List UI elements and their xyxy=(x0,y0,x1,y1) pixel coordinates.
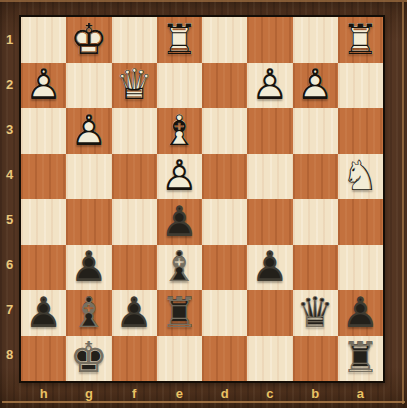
square-d6[interactable] xyxy=(202,245,247,291)
square-f6[interactable] xyxy=(112,245,157,291)
rank-label-3: 3 xyxy=(0,107,19,152)
black-rook-outline-glyph: ♖ xyxy=(338,336,383,382)
white-bishop-outline-glyph: ♗ xyxy=(157,108,202,154)
white-pawn-fill-glyph: ♟ xyxy=(293,63,338,109)
rank-label-2: 2 xyxy=(0,62,19,107)
black-pawn-fill-glyph: ♟ xyxy=(247,245,292,291)
white-knight: ♞♘ xyxy=(338,154,383,200)
black-pawn: ♟♙ xyxy=(21,290,66,336)
square-h8[interactable] xyxy=(21,336,66,382)
white-pawn: ♟♙ xyxy=(66,108,111,154)
black-pawn: ♟♙ xyxy=(66,245,111,291)
black-pawn: ♟♙ xyxy=(247,245,292,291)
rank-label-8: 8 xyxy=(0,332,19,377)
square-d4[interactable] xyxy=(202,154,247,200)
black-pawn-outline-glyph: ♙ xyxy=(21,290,66,336)
file-label-b: b xyxy=(293,384,338,402)
square-a4[interactable]: ♞♘ xyxy=(338,154,383,200)
file-label-a: a xyxy=(338,384,383,402)
white-king-outline-glyph: ♔ xyxy=(66,17,111,63)
black-pawn-outline-glyph: ♙ xyxy=(66,245,111,291)
square-c8[interactable] xyxy=(247,336,292,382)
black-pawn: ♟♙ xyxy=(112,290,157,336)
square-d1[interactable] xyxy=(202,17,247,63)
white-knight-fill-glyph: ♞ xyxy=(338,154,383,200)
black-bishop: ♝♗ xyxy=(157,245,202,291)
white-pawn: ♟♙ xyxy=(21,63,66,109)
square-e8[interactable] xyxy=(157,336,202,382)
square-g5[interactable] xyxy=(66,199,111,245)
black-queen: ♛♕ xyxy=(293,290,338,336)
square-g6[interactable]: ♟♙ xyxy=(66,245,111,291)
white-pawn: ♟♙ xyxy=(247,63,292,109)
square-a3[interactable] xyxy=(338,108,383,154)
black-pawn-outline-glyph: ♙ xyxy=(112,290,157,336)
white-rook-fill-glyph: ♜ xyxy=(157,17,202,63)
white-knight-outline-glyph: ♘ xyxy=(338,154,383,200)
file-label-e: e xyxy=(157,384,202,402)
black-pawn-outline-glyph: ♙ xyxy=(338,290,383,336)
square-f8[interactable] xyxy=(112,336,157,382)
square-a5[interactable] xyxy=(338,199,383,245)
square-f4[interactable] xyxy=(112,154,157,200)
black-king-outline-glyph: ♔ xyxy=(66,336,111,382)
square-h7[interactable]: ♟♙ xyxy=(21,290,66,336)
black-bishop-fill-glyph: ♝ xyxy=(157,245,202,291)
white-rook-fill-glyph: ♜ xyxy=(338,17,383,63)
black-pawn-fill-glyph: ♟ xyxy=(157,199,202,245)
white-pawn: ♟♙ xyxy=(293,63,338,109)
white-pawn-fill-glyph: ♟ xyxy=(66,108,111,154)
black-queen-fill-glyph: ♛ xyxy=(293,290,338,336)
white-pawn-outline-glyph: ♙ xyxy=(293,63,338,109)
square-d7[interactable] xyxy=(202,290,247,336)
square-a7[interactable]: ♟♙ xyxy=(338,290,383,336)
file-label-d: d xyxy=(202,384,247,402)
square-f5[interactable] xyxy=(112,199,157,245)
black-pawn-fill-glyph: ♟ xyxy=(338,290,383,336)
black-pawn-fill-glyph: ♟ xyxy=(112,290,157,336)
file-label-g: g xyxy=(66,384,111,402)
white-pawn-outline-glyph: ♙ xyxy=(247,63,292,109)
square-f1[interactable] xyxy=(112,17,157,63)
black-rook-outline-glyph: ♖ xyxy=(157,290,202,336)
white-pawn-outline-glyph: ♙ xyxy=(21,63,66,109)
black-pawn-fill-glyph: ♟ xyxy=(66,245,111,291)
black-bishop-fill-glyph: ♝ xyxy=(66,290,111,336)
square-b2[interactable]: ♟♙ xyxy=(293,63,338,109)
white-pawn-outline-glyph: ♙ xyxy=(157,154,202,200)
black-bishop: ♝♗ xyxy=(66,290,111,336)
frame-bevel-right xyxy=(402,2,404,404)
white-rook-outline-glyph: ♖ xyxy=(338,17,383,63)
square-a6[interactable] xyxy=(338,245,383,291)
square-g3[interactable]: ♟♙ xyxy=(66,108,111,154)
white-pawn-fill-glyph: ♟ xyxy=(247,63,292,109)
square-g1[interactable]: ♚♔ xyxy=(66,17,111,63)
square-d5[interactable] xyxy=(202,199,247,245)
square-g2[interactable] xyxy=(66,63,111,109)
frame-bevel-top xyxy=(0,0,407,2)
black-king-fill-glyph: ♚ xyxy=(66,336,111,382)
chess-board-window: 12345678 ♚♔♜♖♜♖♟♙♛♕♟♙♟♙♟♙♝♗♟♙♞♘♟♙♟♙♝♗♟♙♟… xyxy=(0,0,407,408)
white-king: ♚♔ xyxy=(66,17,111,63)
file-label-f: f xyxy=(112,384,157,402)
white-queen-fill-glyph: ♛ xyxy=(112,63,157,109)
black-bishop-outline-glyph: ♗ xyxy=(66,290,111,336)
white-bishop-fill-glyph: ♝ xyxy=(157,108,202,154)
rank-label-5: 5 xyxy=(0,197,19,242)
square-d2[interactable] xyxy=(202,63,247,109)
square-e7[interactable]: ♜♖ xyxy=(157,290,202,336)
square-f7[interactable]: ♟♙ xyxy=(112,290,157,336)
white-pawn: ♟♙ xyxy=(157,154,202,200)
black-pawn: ♟♙ xyxy=(338,290,383,336)
square-a1[interactable]: ♜♖ xyxy=(338,17,383,63)
square-c1[interactable] xyxy=(247,17,292,63)
square-f2[interactable]: ♛♕ xyxy=(112,63,157,109)
square-a2[interactable] xyxy=(338,63,383,109)
square-g7[interactable]: ♝♗ xyxy=(66,290,111,336)
white-queen: ♛♕ xyxy=(112,63,157,109)
black-rook-fill-glyph: ♜ xyxy=(338,336,383,382)
black-pawn-outline-glyph: ♙ xyxy=(247,245,292,291)
square-c5[interactable] xyxy=(247,199,292,245)
white-queen-outline-glyph: ♕ xyxy=(112,63,157,109)
square-a8[interactable]: ♜♖ xyxy=(338,336,383,382)
rank-label-6: 6 xyxy=(0,242,19,287)
square-h2[interactable]: ♟♙ xyxy=(21,63,66,109)
black-rook: ♜♖ xyxy=(157,290,202,336)
file-labels: hgfedcba xyxy=(21,384,383,402)
white-pawn-fill-glyph: ♟ xyxy=(21,63,66,109)
file-label-h: h xyxy=(21,384,66,402)
black-pawn-fill-glyph: ♟ xyxy=(21,290,66,336)
square-c2[interactable]: ♟♙ xyxy=(247,63,292,109)
square-e4[interactable]: ♟♙ xyxy=(157,154,202,200)
rank-label-1: 1 xyxy=(0,17,19,62)
square-c4[interactable] xyxy=(247,154,292,200)
square-d8[interactable] xyxy=(202,336,247,382)
square-e1[interactable]: ♜♖ xyxy=(157,17,202,63)
black-rook-fill-glyph: ♜ xyxy=(157,290,202,336)
square-b1[interactable] xyxy=(293,17,338,63)
black-pawn: ♟♙ xyxy=(157,199,202,245)
square-e3[interactable]: ♝♗ xyxy=(157,108,202,154)
white-rook: ♜♖ xyxy=(157,17,202,63)
square-h5[interactable] xyxy=(21,199,66,245)
square-b6[interactable] xyxy=(293,245,338,291)
chess-board: ♚♔♜♖♜♖♟♙♛♕♟♙♟♙♟♙♝♗♟♙♞♘♟♙♟♙♝♗♟♙♟♙♝♗♟♙♜♖♛♕… xyxy=(19,15,385,383)
square-c6[interactable]: ♟♙ xyxy=(247,245,292,291)
square-e2[interactable] xyxy=(157,63,202,109)
black-queen-outline-glyph: ♕ xyxy=(293,290,338,336)
square-d3[interactable] xyxy=(202,108,247,154)
square-b7[interactable]: ♛♕ xyxy=(293,290,338,336)
white-king-fill-glyph: ♚ xyxy=(66,17,111,63)
white-bishop: ♝♗ xyxy=(157,108,202,154)
white-pawn-fill-glyph: ♟ xyxy=(157,154,202,200)
square-c3[interactable] xyxy=(247,108,292,154)
white-pawn-outline-glyph: ♙ xyxy=(66,108,111,154)
square-b4[interactable] xyxy=(293,154,338,200)
rank-label-7: 7 xyxy=(0,287,19,332)
rank-label-4: 4 xyxy=(0,152,19,197)
board-frame: 12345678 ♚♔♜♖♜♖♟♙♛♕♟♙♟♙♟♙♝♗♟♙♞♘♟♙♟♙♝♗♟♙♟… xyxy=(0,0,407,408)
square-g8[interactable]: ♚♔ xyxy=(66,336,111,382)
rank-labels: 12345678 xyxy=(0,17,19,377)
square-h4[interactable] xyxy=(21,154,66,200)
black-rook: ♜♖ xyxy=(338,336,383,382)
black-king: ♚♔ xyxy=(66,336,111,382)
file-label-c: c xyxy=(247,384,292,402)
square-b3[interactable] xyxy=(293,108,338,154)
square-h1[interactable] xyxy=(21,17,66,63)
square-b5[interactable] xyxy=(293,199,338,245)
white-rook-outline-glyph: ♖ xyxy=(157,17,202,63)
square-g4[interactable] xyxy=(66,154,111,200)
square-b8[interactable] xyxy=(293,336,338,382)
white-rook: ♜♖ xyxy=(338,17,383,63)
square-e5[interactable]: ♟♙ xyxy=(157,199,202,245)
square-f3[interactable] xyxy=(112,108,157,154)
black-bishop-outline-glyph: ♗ xyxy=(157,245,202,291)
square-h6[interactable] xyxy=(21,245,66,291)
black-pawn-outline-glyph: ♙ xyxy=(157,199,202,245)
square-c7[interactable] xyxy=(247,290,292,336)
square-e6[interactable]: ♝♗ xyxy=(157,245,202,291)
square-h3[interactable] xyxy=(21,108,66,154)
